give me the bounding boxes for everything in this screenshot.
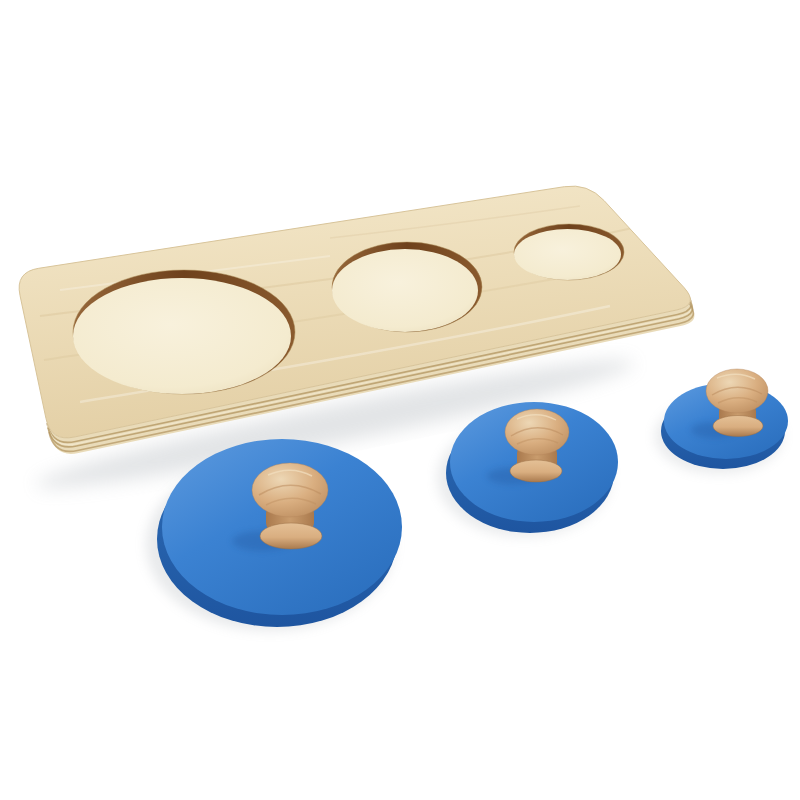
piece-small-knob[interactable] [706, 369, 768, 437]
knob-flange [713, 416, 763, 437]
socket-medium[interactable] [332, 242, 482, 332]
knob-cap [252, 463, 328, 517]
socket-large-floor [73, 278, 291, 394]
piece-medium-knob[interactable] [505, 409, 569, 482]
socket-large[interactable] [73, 270, 295, 394]
piece-medium-circle[interactable] [437, 402, 618, 537]
product-photo-stage [0, 0, 800, 800]
socket-small-floor [514, 229, 621, 280]
knob-cap [505, 409, 569, 455]
knob-flange [510, 460, 562, 482]
piece-large-knob[interactable] [252, 463, 328, 549]
knob-cap [706, 369, 768, 413]
socket-small[interactable] [514, 224, 624, 280]
knob-flange [260, 523, 322, 549]
piece-small-circle[interactable] [655, 369, 788, 474]
socket-medium-floor [332, 249, 478, 332]
